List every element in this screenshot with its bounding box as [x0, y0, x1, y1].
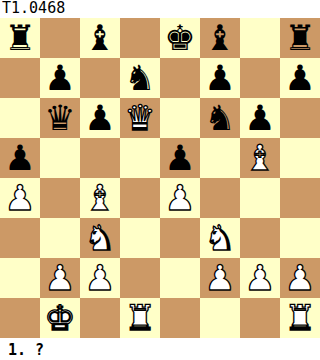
piece-white-knight[interactable]: ♞ [84, 218, 115, 258]
square-b7[interactable]: ♟ [40, 58, 80, 98]
square-h1[interactable]: ♜ [280, 298, 320, 338]
square-h5[interactable] [280, 138, 320, 178]
square-e5[interactable]: ♟ [160, 138, 200, 178]
square-h4[interactable] [280, 178, 320, 218]
square-e1[interactable] [160, 298, 200, 338]
square-c5[interactable] [80, 138, 120, 178]
piece-white-pawn[interactable]: ♟ [44, 258, 75, 298]
piece-white-pawn[interactable]: ♟ [204, 258, 235, 298]
square-d3[interactable] [120, 218, 160, 258]
square-a4[interactable]: ♟ [0, 178, 40, 218]
square-g1[interactable] [240, 298, 280, 338]
square-d5[interactable] [120, 138, 160, 178]
square-g2[interactable]: ♟ [240, 258, 280, 298]
square-a3[interactable] [0, 218, 40, 258]
square-e6[interactable] [160, 98, 200, 138]
piece-black-bishop[interactable]: ♝ [204, 18, 235, 58]
piece-black-bishop[interactable]: ♝ [84, 18, 115, 58]
piece-black-pawn[interactable]: ♟ [204, 58, 235, 98]
square-e8[interactable]: ♚ [160, 18, 200, 58]
square-a2[interactable] [0, 258, 40, 298]
square-d1[interactable]: ♜ [120, 298, 160, 338]
square-b2[interactable]: ♟ [40, 258, 80, 298]
square-g8[interactable] [240, 18, 280, 58]
piece-white-knight[interactable]: ♞ [204, 218, 235, 258]
square-b8[interactable] [40, 18, 80, 58]
chess-puzzle-diagram: T1.0468 ♜♝♚♝♜♟♞♟♟♛♟♛♞♟♟♟♝♟♝♟♞♞♟♟♟♟♟♚♜♜ 1… [0, 0, 320, 359]
square-c4[interactable]: ♝ [80, 178, 120, 218]
piece-black-knight[interactable]: ♞ [124, 58, 155, 98]
square-h8[interactable]: ♜ [280, 18, 320, 58]
square-a1[interactable] [0, 298, 40, 338]
square-h3[interactable] [280, 218, 320, 258]
square-a8[interactable]: ♜ [0, 18, 40, 58]
square-c8[interactable]: ♝ [80, 18, 120, 58]
piece-white-pawn[interactable]: ♟ [4, 178, 35, 218]
square-a7[interactable] [0, 58, 40, 98]
square-f8[interactable]: ♝ [200, 18, 240, 58]
piece-white-pawn[interactable]: ♟ [84, 258, 115, 298]
square-c1[interactable] [80, 298, 120, 338]
square-b5[interactable] [40, 138, 80, 178]
square-c3[interactable]: ♞ [80, 218, 120, 258]
square-h7[interactable]: ♟ [280, 58, 320, 98]
piece-white-bishop[interactable]: ♝ [84, 178, 115, 218]
piece-white-rook[interactable]: ♜ [284, 298, 315, 338]
piece-white-pawn[interactable]: ♟ [164, 178, 195, 218]
square-d2[interactable] [120, 258, 160, 298]
square-f3[interactable]: ♞ [200, 218, 240, 258]
square-f5[interactable] [200, 138, 240, 178]
square-b4[interactable] [40, 178, 80, 218]
square-f2[interactable]: ♟ [200, 258, 240, 298]
square-d6[interactable]: ♛ [120, 98, 160, 138]
square-c7[interactable] [80, 58, 120, 98]
square-c2[interactable]: ♟ [80, 258, 120, 298]
square-g7[interactable] [240, 58, 280, 98]
piece-white-pawn[interactable]: ♟ [244, 258, 275, 298]
square-b6[interactable]: ♛ [40, 98, 80, 138]
square-g5[interactable]: ♝ [240, 138, 280, 178]
square-e2[interactable] [160, 258, 200, 298]
piece-black-pawn[interactable]: ♟ [4, 138, 35, 178]
square-g3[interactable] [240, 218, 280, 258]
square-f4[interactable] [200, 178, 240, 218]
square-g4[interactable] [240, 178, 280, 218]
piece-black-rook[interactable]: ♜ [4, 18, 35, 58]
square-d4[interactable] [120, 178, 160, 218]
square-c6[interactable]: ♟ [80, 98, 120, 138]
puzzle-title: T1.0468 [0, 0, 320, 18]
square-f1[interactable] [200, 298, 240, 338]
square-h6[interactable] [280, 98, 320, 138]
square-d8[interactable] [120, 18, 160, 58]
piece-black-pawn[interactable]: ♟ [244, 98, 275, 138]
piece-white-rook[interactable]: ♜ [124, 298, 155, 338]
chess-board: ♜♝♚♝♜♟♞♟♟♛♟♛♞♟♟♟♝♟♝♟♞♞♟♟♟♟♟♚♜♜ [0, 18, 320, 338]
square-b3[interactable] [40, 218, 80, 258]
piece-white-pawn[interactable]: ♟ [284, 258, 315, 298]
square-h2[interactable]: ♟ [280, 258, 320, 298]
square-e4[interactable]: ♟ [160, 178, 200, 218]
square-f7[interactable]: ♟ [200, 58, 240, 98]
square-e3[interactable] [160, 218, 200, 258]
move-prompt: 1. ? [0, 338, 320, 359]
square-a6[interactable] [0, 98, 40, 138]
piece-white-queen[interactable]: ♛ [124, 98, 155, 138]
square-g6[interactable]: ♟ [240, 98, 280, 138]
piece-black-king[interactable]: ♚ [164, 18, 195, 58]
square-f6[interactable]: ♞ [200, 98, 240, 138]
piece-black-pawn[interactable]: ♟ [84, 98, 115, 138]
square-d7[interactable]: ♞ [120, 58, 160, 98]
square-b1[interactable]: ♚ [40, 298, 80, 338]
piece-black-rook[interactable]: ♜ [284, 18, 315, 58]
piece-black-queen[interactable]: ♛ [44, 98, 75, 138]
piece-black-pawn[interactable]: ♟ [44, 58, 75, 98]
piece-white-king[interactable]: ♚ [44, 298, 75, 338]
piece-white-bishop[interactable]: ♝ [244, 138, 275, 178]
piece-black-knight[interactable]: ♞ [204, 98, 235, 138]
piece-black-pawn[interactable]: ♟ [284, 58, 315, 98]
piece-black-pawn[interactable]: ♟ [164, 138, 195, 178]
square-e7[interactable] [160, 58, 200, 98]
square-a5[interactable]: ♟ [0, 138, 40, 178]
